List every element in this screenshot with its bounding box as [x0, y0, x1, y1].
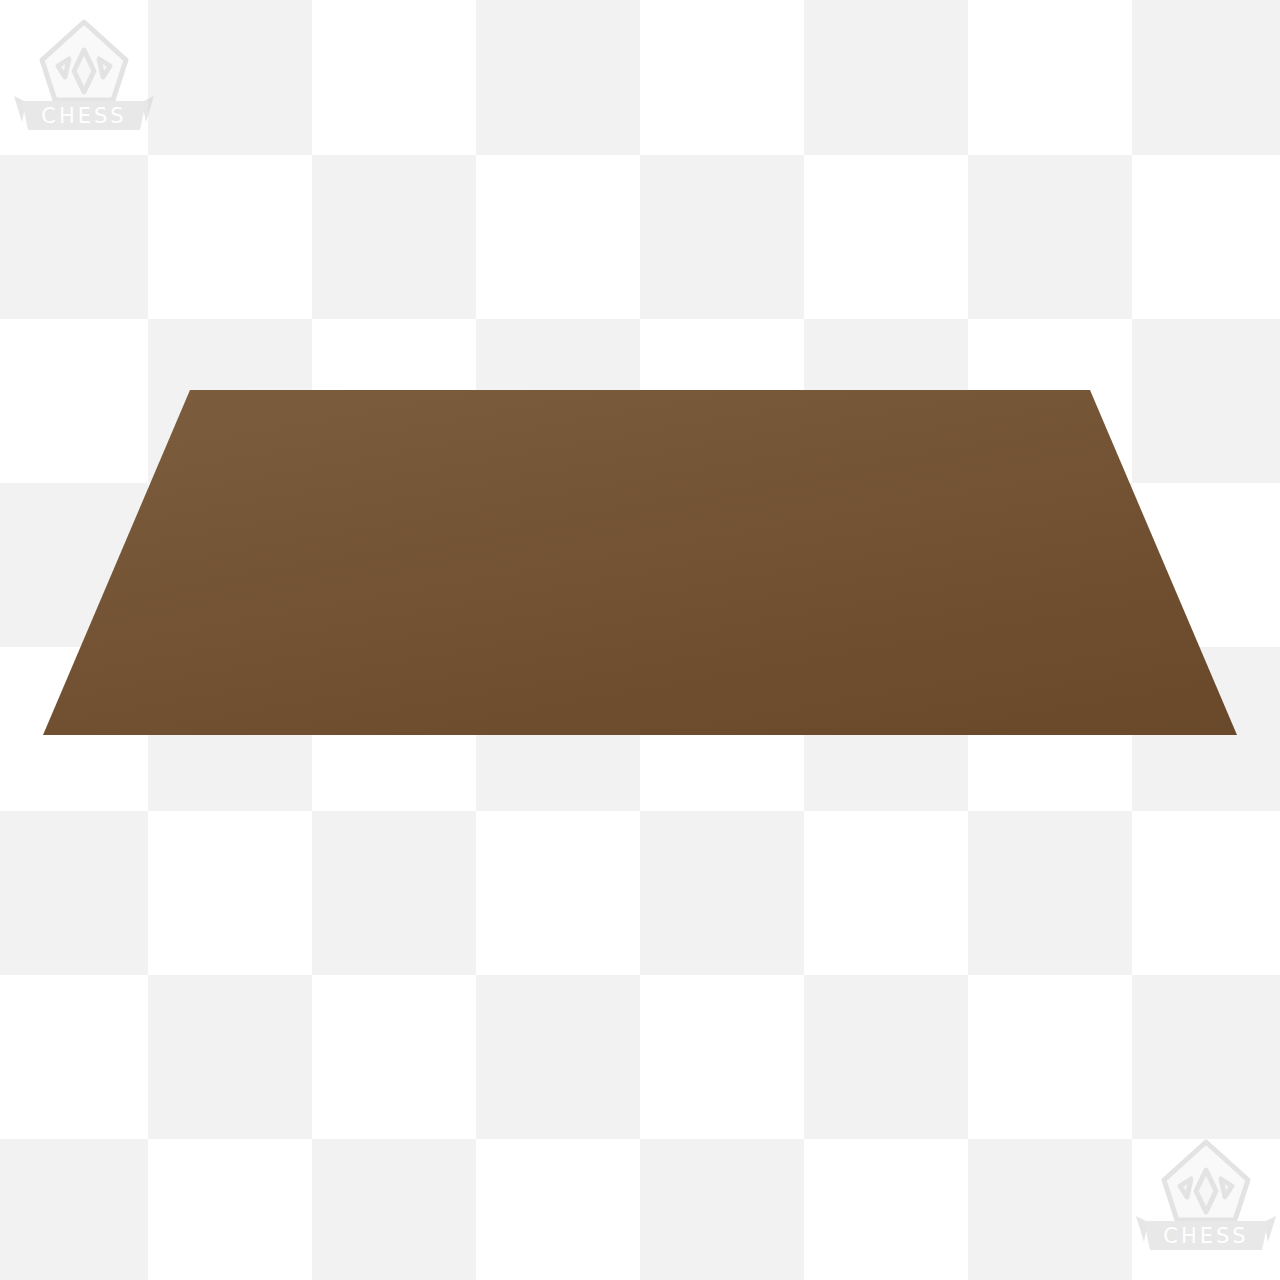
watermark-logo-top-left: CHESS [14, 8, 154, 158]
product-photo-stage: CHESS CHESS Dal Rossi Italy ♜♞♝♛♚♝♞♜♟♟♟♟… [0, 0, 1280, 1280]
watermark-text: CHESS [1163, 1224, 1248, 1248]
watermark-text: CHESS [41, 104, 126, 128]
watermark-logo-bottom-right: CHESS [1136, 1128, 1276, 1278]
